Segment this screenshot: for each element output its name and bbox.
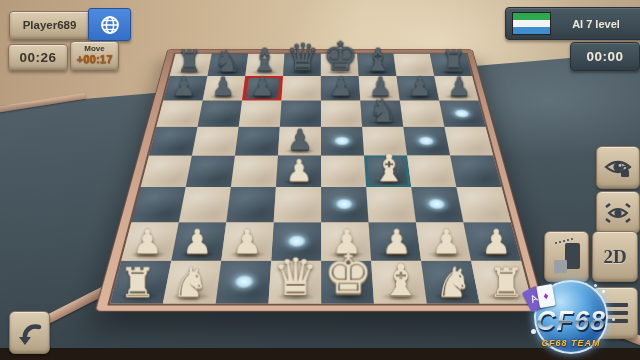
view-focus-button[interactable] [596, 191, 640, 234]
square-b3[interactable] [179, 187, 231, 222]
eye-frame-icon [604, 200, 632, 226]
square-b7[interactable]: ♟ [203, 76, 246, 100]
square-c6[interactable] [239, 100, 282, 126]
move-dot-e5[interactable] [334, 136, 351, 146]
square-c3[interactable] [226, 187, 276, 222]
square-h4[interactable] [450, 156, 501, 188]
flag-stripe-blue [513, 27, 550, 34]
black-pawn-e7[interactable]: ♟ [329, 74, 353, 99]
square-d8[interactable]: ♛ [283, 54, 321, 76]
opponent-name: AI 7 level [551, 18, 640, 30]
undo-arrow-icon [17, 320, 43, 346]
opponent-flag [512, 12, 551, 35]
sparkle-decor [602, 290, 605, 293]
square-g7[interactable]: ♟ [396, 76, 439, 100]
game-scene: ♜♞♝♛♚♝♜♟♟♟♟♟♟♟♞♟♟♝♟♟♟♟♟♟♟♜♞♛♚♝♞♜ Player6… [0, 0, 640, 360]
online-globe-button[interactable] [88, 8, 131, 41]
square-b5[interactable] [192, 127, 239, 156]
square-h2[interactable]: ♟ [463, 222, 521, 261]
square-g6[interactable] [400, 100, 445, 126]
square-c4[interactable] [231, 156, 278, 188]
square-e6[interactable] [321, 100, 362, 126]
white-pawn-g2[interactable]: ♟ [431, 227, 461, 259]
square-e7[interactable]: ♟ [321, 76, 360, 100]
board-theme-icon [554, 241, 580, 273]
square-a7[interactable]: ♟ [163, 76, 207, 100]
flag-stripe-white [513, 20, 550, 27]
move-label: Move [71, 44, 118, 53]
white-knight-b1[interactable]: ♞ [171, 262, 208, 302]
opponent-panel: AI 7 level [505, 7, 640, 40]
white-bishop-f4[interactable]: ♝ [372, 150, 406, 186]
white-king-e1[interactable]: ♚ [323, 249, 372, 301]
white-pawn-h2[interactable]: ♟ [481, 227, 511, 259]
black-pawn-b7[interactable]: ♟ [211, 74, 235, 99]
cf68-title: CF68 [502, 306, 640, 337]
black-clock: 00:00 [570, 42, 640, 71]
camera-lock-button[interactable] [596, 146, 640, 189]
square-a1[interactable]: ♜ [110, 261, 171, 304]
square-g1[interactable]: ♞ [421, 261, 479, 304]
square-b4[interactable] [186, 156, 235, 188]
view-2d-button[interactable]: 2D [592, 231, 638, 282]
move-dot-h6[interactable] [453, 109, 471, 118]
black-pawn-c7[interactable]: ♟ [250, 74, 274, 99]
board-frame: ♜♞♝♛♚♝♜♟♟♟♟♟♟♟♞♟♟♝♟♟♟♟♟♟♟♜♞♛♚♝♞♜ [94, 49, 545, 312]
square-d1[interactable]: ♛ [268, 261, 321, 304]
square-g5[interactable] [403, 127, 450, 156]
chess-board[interactable]: ♜♞♝♛♚♝♜♟♟♟♟♟♟♟♞♟♟♝♟♟♟♟♟♟♟♜♞♛♚♝♞♜ [110, 54, 532, 304]
square-h5[interactable] [444, 127, 493, 156]
square-a4[interactable] [141, 156, 192, 188]
square-c1[interactable] [216, 261, 272, 304]
black-pawn-d5[interactable]: ♟ [287, 127, 313, 155]
square-e1[interactable]: ♚ [321, 261, 374, 304]
cf68-subtitle: CF68 TEAM [502, 338, 640, 348]
black-pawn-a7[interactable]: ♟ [171, 74, 195, 99]
flag-stripe-green [513, 13, 550, 20]
square-b2[interactable]: ♟ [171, 222, 226, 261]
square-a6[interactable] [156, 100, 202, 126]
square-g4[interactable] [407, 156, 456, 188]
undo-button[interactable] [9, 311, 50, 354]
square-f4[interactable]: ♝ [364, 156, 411, 188]
white-clock: 00:26 [8, 44, 68, 71]
square-f6[interactable]: ♞ [360, 100, 403, 126]
white-knight-g1[interactable]: ♞ [434, 262, 471, 302]
white-bishop-f1[interactable]: ♝ [380, 260, 420, 302]
square-d4[interactable]: ♟ [276, 156, 321, 188]
player-name-button[interactable]: Player689 [9, 11, 90, 40]
square-c2[interactable]: ♟ [221, 222, 273, 261]
square-g2[interactable]: ♟ [416, 222, 471, 261]
white-pawn-d4[interactable]: ♟ [285, 157, 312, 186]
square-h7[interactable]: ♟ [434, 76, 478, 100]
move-bonus-box: Move +00:17 [70, 41, 119, 71]
square-f3[interactable] [366, 187, 416, 222]
square-d7[interactable] [282, 76, 321, 100]
black-knight-f6[interactable]: ♞ [368, 95, 397, 126]
white-rook-a1[interactable]: ♜ [119, 263, 155, 301]
square-e5[interactable] [321, 127, 364, 156]
white-pawn-c2[interactable]: ♟ [231, 227, 261, 259]
square-b6[interactable] [198, 100, 243, 126]
white-queen-d1[interactable]: ♛ [272, 253, 318, 302]
square-c7[interactable]: ♟ [242, 76, 283, 100]
square-a3[interactable] [131, 187, 185, 222]
square-f1[interactable]: ♝ [371, 261, 427, 304]
square-d3[interactable] [274, 187, 321, 222]
white-pawn-a2[interactable]: ♟ [132, 227, 162, 259]
square-e3[interactable] [321, 187, 368, 222]
move-bonus-value: +00:17 [71, 53, 118, 66]
square-c5[interactable] [235, 127, 280, 156]
move-dot-e3[interactable] [335, 198, 354, 210]
square-h6[interactable] [439, 100, 485, 126]
move-dot-d2[interactable] [287, 235, 307, 248]
cf68-watermark: A ♦ CF68 CF68 TEAM [502, 280, 640, 360]
square-a5[interactable] [149, 127, 198, 156]
globe-icon [99, 14, 121, 36]
square-d5[interactable]: ♟ [278, 127, 321, 156]
square-h3[interactable] [456, 187, 510, 222]
square-a2[interactable]: ♟ [121, 222, 179, 261]
white-pawn-b2[interactable]: ♟ [181, 227, 211, 259]
board-theme-button[interactable] [544, 231, 589, 282]
move-dot-g5[interactable] [417, 136, 435, 146]
black-pawn-h7[interactable]: ♟ [447, 74, 471, 99]
black-pawn-g7[interactable]: ♟ [407, 74, 431, 99]
square-b1[interactable]: ♞ [163, 261, 221, 304]
move-dot-g3[interactable] [427, 198, 447, 210]
eye-lock-icon [604, 156, 632, 180]
square-g3[interactable] [411, 187, 463, 222]
move-dot-c1[interactable] [233, 274, 255, 288]
black-queen-d8[interactable]: ♛ [285, 40, 318, 75]
square-e4[interactable] [321, 156, 366, 188]
